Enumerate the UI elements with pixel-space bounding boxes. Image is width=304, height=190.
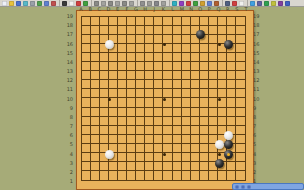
board-cell[interactable] (209, 108, 218, 117)
board-cell[interactable] (136, 117, 145, 126)
board-cell[interactable] (173, 117, 182, 126)
board-cell[interactable] (145, 26, 154, 35)
mark-letter-icon[interactable] (200, 1, 205, 6)
board-cell[interactable] (82, 17, 91, 26)
board-cell[interactable] (127, 53, 136, 62)
board-cell[interactable] (100, 162, 109, 171)
board-cell[interactable] (182, 17, 191, 26)
board-cell[interactable] (209, 89, 218, 98)
white-stone-D4[interactable] (105, 150, 114, 159)
board-cell[interactable] (91, 44, 100, 53)
board-cell[interactable] (191, 62, 200, 71)
board-cell[interactable] (182, 98, 191, 107)
board-cell[interactable] (127, 26, 136, 35)
board-cell[interactable] (191, 144, 200, 153)
board-cell[interactable] (145, 98, 154, 107)
delete-stone-icon[interactable] (83, 1, 88, 6)
board-cell[interactable] (209, 62, 218, 71)
board-cell[interactable] (100, 80, 109, 89)
board-cell[interactable] (154, 144, 163, 153)
prev-ten-icon[interactable] (101, 1, 106, 6)
board-cell[interactable] (218, 80, 227, 89)
board-cell[interactable] (127, 80, 136, 89)
board-cell[interactable] (118, 117, 127, 126)
board-cell[interactable] (200, 108, 209, 117)
board-cell[interactable] (109, 98, 118, 107)
board-cell[interactable] (200, 89, 209, 98)
board-cell[interactable] (127, 162, 136, 171)
next-ten-icon[interactable] (122, 1, 127, 6)
board-cell[interactable] (136, 71, 145, 80)
board-cell[interactable] (200, 98, 209, 107)
board-cell[interactable] (145, 71, 154, 80)
board-cell[interactable] (118, 44, 127, 53)
board-cell[interactable] (82, 117, 91, 126)
board-cell[interactable] (173, 153, 182, 162)
black-stone-R4[interactable] (224, 150, 233, 159)
board-cell[interactable] (82, 98, 91, 107)
board-cell[interactable] (173, 162, 182, 171)
play-black-icon[interactable] (62, 1, 67, 6)
main-line-icon[interactable] (154, 1, 159, 6)
board-cell[interactable] (145, 108, 154, 117)
play-white-icon[interactable] (69, 1, 74, 6)
board-cell[interactable] (118, 80, 127, 89)
board-cell[interactable] (236, 135, 245, 144)
board-cell[interactable] (145, 35, 154, 44)
board-cell[interactable] (91, 135, 100, 144)
board-cell[interactable] (200, 53, 209, 62)
board-cell[interactable] (182, 44, 191, 53)
board-cell[interactable] (118, 26, 127, 35)
board-cell[interactable] (145, 126, 154, 135)
board-cell[interactable] (82, 144, 91, 153)
board-cell[interactable] (109, 17, 118, 26)
export-icon[interactable] (23, 1, 28, 6)
board-cell[interactable] (127, 108, 136, 117)
board-cell[interactable] (118, 126, 127, 135)
board-cell[interactable] (154, 108, 163, 117)
board-cell[interactable] (163, 162, 172, 171)
board-cell[interactable] (109, 62, 118, 71)
board-cell[interactable] (100, 108, 109, 117)
board-cell[interactable] (91, 62, 100, 71)
board-cell[interactable] (91, 35, 100, 44)
board-cell[interactable] (91, 89, 100, 98)
board-cell[interactable] (100, 17, 109, 26)
board-cell[interactable] (82, 71, 91, 80)
board-cell[interactable] (109, 126, 118, 135)
board-cell[interactable] (127, 44, 136, 53)
black-stone-R16[interactable] (224, 40, 233, 49)
board-cell[interactable] (191, 89, 200, 98)
board-cell[interactable] (236, 98, 245, 107)
board-cell[interactable] (127, 171, 136, 180)
board-cell[interactable] (182, 108, 191, 117)
board-cell[interactable] (100, 89, 109, 98)
board-cell[interactable] (82, 26, 91, 35)
board-cell[interactable] (236, 62, 245, 71)
board-info-icon[interactable] (37, 1, 42, 6)
board-cell[interactable] (136, 53, 145, 62)
board-cell[interactable] (118, 62, 127, 71)
board-cell[interactable] (227, 80, 236, 89)
mark-number-icon[interactable] (207, 1, 212, 6)
board-cell[interactable] (82, 44, 91, 53)
board-cell[interactable] (173, 80, 182, 89)
board-cell[interactable] (136, 171, 145, 180)
board-cell[interactable] (227, 162, 236, 171)
board-cell[interactable] (100, 71, 109, 80)
board-cell[interactable] (136, 135, 145, 144)
board-cell[interactable] (163, 135, 172, 144)
board-cell[interactable] (236, 89, 245, 98)
board-cell[interactable] (182, 89, 191, 98)
board-cell[interactable] (218, 171, 227, 180)
board-cell[interactable] (182, 162, 191, 171)
board-cell[interactable] (91, 117, 100, 126)
board-cell[interactable] (173, 98, 182, 107)
board-cell[interactable] (163, 117, 172, 126)
board-cell[interactable] (209, 71, 218, 80)
board-cell[interactable] (200, 153, 209, 162)
board-cell[interactable] (154, 135, 163, 144)
board-cell[interactable] (236, 26, 245, 35)
board-cell[interactable] (145, 53, 154, 62)
board-cell[interactable] (236, 44, 245, 53)
board-cell[interactable] (163, 171, 172, 180)
board-cell[interactable] (191, 171, 200, 180)
board-cell[interactable] (118, 135, 127, 144)
board-cell[interactable] (145, 144, 154, 153)
board-cell[interactable] (173, 35, 182, 44)
board-cell[interactable] (136, 144, 145, 153)
board-cell[interactable] (200, 171, 209, 180)
board-cell[interactable] (145, 62, 154, 71)
board-cell[interactable] (118, 89, 127, 98)
board-cell[interactable] (163, 44, 172, 53)
tree-view-icon[interactable] (161, 1, 166, 6)
mark-territory-icon[interactable] (214, 1, 219, 6)
board-cell[interactable] (82, 53, 91, 62)
board-cell[interactable] (200, 17, 209, 26)
board-cell[interactable] (191, 108, 200, 117)
board-cell[interactable] (145, 89, 154, 98)
board-cell[interactable] (209, 171, 218, 180)
board-cell[interactable] (82, 135, 91, 144)
board-cell[interactable] (127, 153, 136, 162)
taskbar-chip[interactable] (235, 185, 239, 189)
board-cell[interactable] (91, 71, 100, 80)
board-cell[interactable] (182, 62, 191, 71)
new-file-icon[interactable] (2, 1, 7, 6)
board-cell[interactable] (82, 153, 91, 162)
board-cell[interactable] (154, 53, 163, 62)
board-cell[interactable] (82, 171, 91, 180)
board-cell[interactable] (136, 26, 145, 35)
board-cell[interactable] (191, 135, 200, 144)
board-cell[interactable] (182, 35, 191, 44)
board-cell[interactable] (118, 17, 127, 26)
board-cell[interactable] (191, 126, 200, 135)
board-cell[interactable] (109, 89, 118, 98)
board-cell[interactable] (227, 26, 236, 35)
board-cell[interactable] (173, 53, 182, 62)
mark-cross-icon[interactable] (193, 1, 198, 6)
board-cell[interactable] (227, 108, 236, 117)
board-cell[interactable] (200, 62, 209, 71)
board-cell[interactable] (145, 162, 154, 171)
board-cell[interactable] (236, 71, 245, 80)
board-cell[interactable] (136, 35, 145, 44)
board-cell[interactable] (100, 53, 109, 62)
board-cell[interactable] (109, 171, 118, 180)
board-cell[interactable] (145, 80, 154, 89)
board-cell[interactable] (218, 53, 227, 62)
board-cell[interactable] (218, 62, 227, 71)
white-stone-D16[interactable] (105, 40, 114, 49)
board-cell[interactable] (118, 71, 127, 80)
board-cell[interactable] (236, 53, 245, 62)
board-cell[interactable] (182, 71, 191, 80)
board-cell[interactable] (109, 108, 118, 117)
board-cell[interactable] (154, 17, 163, 26)
game-info-icon[interactable] (44, 1, 49, 6)
board-cell[interactable] (218, 26, 227, 35)
board-cell[interactable] (218, 17, 227, 26)
board-cell[interactable] (109, 26, 118, 35)
options-icon[interactable] (278, 1, 283, 6)
board-cell[interactable] (182, 135, 191, 144)
board-cell[interactable] (200, 162, 209, 171)
board-cell[interactable] (109, 162, 118, 171)
record-icon[interactable] (232, 1, 237, 6)
board-cell[interactable] (191, 162, 200, 171)
board-cell[interactable] (118, 108, 127, 117)
board-cell[interactable] (82, 162, 91, 171)
board-cell[interactable] (236, 117, 245, 126)
board-cell[interactable] (127, 62, 136, 71)
board-cell[interactable] (163, 80, 172, 89)
board-cell[interactable] (163, 17, 172, 26)
board-cell[interactable] (191, 80, 200, 89)
board-cell[interactable] (209, 44, 218, 53)
board-cell[interactable] (154, 62, 163, 71)
board-cell[interactable] (182, 117, 191, 126)
mark-circle-icon[interactable] (186, 1, 191, 6)
board-cell[interactable] (145, 44, 154, 53)
board-cell[interactable] (236, 80, 245, 89)
board-cell[interactable] (127, 71, 136, 80)
board-cell[interactable] (118, 35, 127, 44)
board-cell[interactable] (173, 108, 182, 117)
board-cell[interactable] (173, 62, 182, 71)
board-cell[interactable] (136, 126, 145, 135)
board-cell[interactable] (91, 171, 100, 180)
board-cell[interactable] (236, 144, 245, 153)
board-cell[interactable] (191, 71, 200, 80)
board-cell[interactable] (82, 35, 91, 44)
board-cell[interactable] (100, 62, 109, 71)
board-cell[interactable] (173, 135, 182, 144)
board-cell[interactable] (82, 108, 91, 117)
board-cell[interactable] (118, 98, 127, 107)
board-cell[interactable] (182, 126, 191, 135)
board-cell[interactable] (154, 26, 163, 35)
board-cell[interactable] (209, 126, 218, 135)
board-cell[interactable] (200, 144, 209, 153)
board-cell[interactable] (227, 62, 236, 71)
score-icon[interactable] (239, 1, 244, 6)
board-cell[interactable] (136, 108, 145, 117)
board-cell[interactable] (163, 71, 172, 80)
comment-icon[interactable] (225, 1, 230, 6)
board-cell[interactable] (145, 135, 154, 144)
board-cell[interactable] (91, 53, 100, 62)
board-cell[interactable] (127, 98, 136, 107)
board-cell[interactable] (227, 98, 236, 107)
board-cell[interactable] (209, 53, 218, 62)
board-cell[interactable] (173, 144, 182, 153)
board-cell[interactable] (109, 135, 118, 144)
board-cell[interactable] (163, 144, 172, 153)
board-cell[interactable] (154, 44, 163, 53)
board-cell[interactable] (163, 26, 172, 35)
board-cell[interactable] (154, 80, 163, 89)
board-cell[interactable] (154, 71, 163, 80)
setup-icon[interactable] (51, 1, 56, 6)
board-cell[interactable] (200, 44, 209, 53)
board-cell[interactable] (209, 98, 218, 107)
board-cell[interactable] (154, 117, 163, 126)
board-cell[interactable] (118, 53, 127, 62)
board-cell[interactable] (100, 26, 109, 35)
board-cell[interactable] (91, 108, 100, 117)
board-cell[interactable] (182, 26, 191, 35)
board-cell[interactable] (236, 126, 245, 135)
board-cell[interactable] (91, 153, 100, 162)
board-cell[interactable] (182, 53, 191, 62)
board-cell[interactable] (173, 44, 182, 53)
board-cell[interactable] (82, 62, 91, 71)
board-cell[interactable] (154, 126, 163, 135)
board-cell[interactable] (236, 153, 245, 162)
board-cell[interactable] (227, 117, 236, 126)
mark-square-icon[interactable] (179, 1, 184, 6)
board-cell[interactable] (236, 35, 245, 44)
board-cell[interactable] (200, 71, 209, 80)
board-cell[interactable] (109, 71, 118, 80)
pass-icon[interactable] (76, 1, 81, 6)
board-cell[interactable] (173, 71, 182, 80)
board-cell[interactable] (209, 80, 218, 89)
board-cell[interactable] (127, 135, 136, 144)
board-cell[interactable] (191, 153, 200, 162)
board-cell[interactable] (182, 171, 191, 180)
board-cell[interactable] (227, 89, 236, 98)
board-cell[interactable] (163, 126, 172, 135)
board-cell[interactable] (145, 153, 154, 162)
black-stone-R5[interactable] (224, 140, 233, 149)
board-cell[interactable] (227, 71, 236, 80)
white-stone-R6[interactable] (224, 131, 233, 140)
board-cell[interactable] (173, 171, 182, 180)
taskbar-chip[interactable] (241, 185, 245, 189)
board-cell[interactable] (200, 135, 209, 144)
board-cell[interactable] (191, 53, 200, 62)
board-cell[interactable] (182, 80, 191, 89)
board-cell[interactable] (91, 126, 100, 135)
next-move-icon[interactable] (115, 1, 120, 6)
zoom-in-icon[interactable] (250, 1, 255, 6)
board-cell[interactable] (91, 98, 100, 107)
last-move-icon[interactable] (129, 1, 134, 6)
board-cell[interactable] (127, 89, 136, 98)
board-cell[interactable] (127, 35, 136, 44)
board-cell[interactable] (100, 117, 109, 126)
black-stone-Q3[interactable] (215, 159, 224, 168)
board-cell[interactable] (218, 71, 227, 80)
first-move-icon[interactable] (94, 1, 99, 6)
board-cell[interactable] (145, 17, 154, 26)
prev-variation-icon[interactable] (140, 1, 145, 6)
board-cell[interactable] (136, 89, 145, 98)
board-cell[interactable] (227, 171, 236, 180)
board-cell[interactable] (200, 117, 209, 126)
board-cell[interactable] (227, 53, 236, 62)
board-cell[interactable] (191, 44, 200, 53)
board-cell[interactable] (127, 126, 136, 135)
board-cell[interactable] (236, 162, 245, 171)
board-cell[interactable] (163, 108, 172, 117)
board-cell[interactable] (236, 108, 245, 117)
board-cell[interactable] (118, 153, 127, 162)
board-cell[interactable] (127, 144, 136, 153)
board-cell[interactable] (100, 135, 109, 144)
board-cell[interactable] (109, 53, 118, 62)
board-cell[interactable] (118, 171, 127, 180)
board-cell[interactable] (127, 17, 136, 26)
board-cell[interactable] (154, 162, 163, 171)
board-cell[interactable] (200, 126, 209, 135)
board-cell[interactable] (236, 171, 245, 180)
white-stone-Q5[interactable] (215, 140, 224, 149)
board-cell[interactable] (191, 98, 200, 107)
board-cell[interactable] (118, 144, 127, 153)
board-cell[interactable] (209, 35, 218, 44)
board-cell[interactable] (173, 26, 182, 35)
board-cell[interactable] (118, 162, 127, 171)
board-cell[interactable] (145, 117, 154, 126)
print-icon[interactable] (30, 1, 35, 6)
taskbar-fragment[interactable] (232, 183, 304, 190)
board-cell[interactable] (82, 126, 91, 135)
board-cell[interactable] (91, 17, 100, 26)
board-cell[interactable] (91, 144, 100, 153)
board-cell[interactable] (100, 171, 109, 180)
board-cell[interactable] (82, 80, 91, 89)
board-cell[interactable] (154, 89, 163, 98)
board-cell[interactable] (227, 17, 236, 26)
board-cell[interactable] (163, 53, 172, 62)
board-cell[interactable] (191, 117, 200, 126)
board-cell[interactable] (136, 62, 145, 71)
zoom-out-icon[interactable] (257, 1, 262, 6)
board-cell[interactable] (136, 80, 145, 89)
board-cell[interactable] (109, 80, 118, 89)
board-cell[interactable] (145, 171, 154, 180)
board-cell[interactable] (173, 17, 182, 26)
